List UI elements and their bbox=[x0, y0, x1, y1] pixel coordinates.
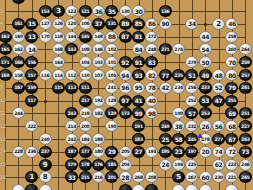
stone-177: 177 bbox=[79, 146, 92, 158]
stone-183: 183 bbox=[132, 133, 145, 145]
stone-244: 244 bbox=[12, 107, 25, 119]
stone-204: 204 bbox=[119, 159, 132, 171]
star-point bbox=[44, 100, 47, 103]
row-coordinate-label: 14 bbox=[0, 149, 5, 154]
row-coordinate-label: 11 bbox=[0, 111, 5, 116]
stone-208: 208 bbox=[145, 171, 158, 183]
stone-1: 1 bbox=[25, 171, 38, 183]
stone-74: 74 bbox=[212, 146, 225, 158]
stone-246: 246 bbox=[239, 159, 252, 171]
stone-146: 146 bbox=[92, 43, 105, 55]
stone-171: 171 bbox=[0, 56, 12, 68]
stone-114: 114 bbox=[52, 69, 65, 81]
stone-42: 42 bbox=[159, 82, 172, 94]
stone-33: 33 bbox=[65, 171, 78, 183]
stone-88: 88 bbox=[105, 31, 118, 43]
stone-60: 60 bbox=[199, 171, 212, 183]
stone-27: 27 bbox=[132, 146, 145, 158]
stone-84: 84 bbox=[132, 43, 145, 55]
stone-179: 179 bbox=[65, 159, 78, 171]
stone-52: 52 bbox=[212, 82, 225, 94]
stone-29: 29 bbox=[105, 146, 118, 158]
stone-252: 252 bbox=[185, 95, 198, 107]
stone-85: 85 bbox=[132, 18, 145, 30]
stone-3: 3 bbox=[52, 5, 65, 17]
stone-36: 36 bbox=[92, 5, 105, 17]
stone-178: 178 bbox=[79, 159, 92, 171]
stone-118: 118 bbox=[52, 31, 65, 43]
stone-107: 107 bbox=[92, 69, 105, 81]
stone-163: 163 bbox=[0, 31, 12, 43]
stone-128: 128 bbox=[105, 95, 118, 107]
stone-241: 241 bbox=[105, 82, 118, 94]
row-coordinate-label: 9 bbox=[0, 85, 5, 90]
stone-82: 82 bbox=[145, 69, 158, 81]
stone-243: 243 bbox=[65, 107, 78, 119]
stone-72: 72 bbox=[225, 146, 238, 158]
stone-38: 38 bbox=[172, 120, 185, 132]
stone-62: 62 bbox=[212, 159, 225, 171]
stone-20: 20 bbox=[199, 146, 212, 158]
stone-78: 78 bbox=[145, 82, 158, 94]
stone-228: 228 bbox=[12, 146, 25, 158]
stone-195: 195 bbox=[159, 146, 172, 158]
partial-stone bbox=[12, 0, 25, 4]
stone-70: 70 bbox=[225, 56, 238, 68]
stone-99: 99 bbox=[132, 107, 145, 119]
stone-81: 81 bbox=[132, 31, 145, 43]
stone-261: 261 bbox=[239, 82, 252, 94]
stone-249: 249 bbox=[159, 120, 172, 132]
stone-187: 187 bbox=[65, 146, 78, 158]
stone-188: 188 bbox=[92, 133, 105, 145]
stone-58: 58 bbox=[172, 133, 185, 145]
stone-69: 69 bbox=[225, 107, 238, 119]
go-board[interactable]: 3491011121314151615331221213635130301361… bbox=[0, 0, 253, 190]
stone-173: 173 bbox=[119, 107, 132, 119]
stone-194: 194 bbox=[172, 159, 185, 171]
stone-40: 40 bbox=[145, 95, 158, 107]
stone-111: 111 bbox=[79, 82, 92, 94]
stone-160: 160 bbox=[12, 31, 25, 43]
stone-157: 157 bbox=[25, 69, 38, 81]
stone-105: 105 bbox=[105, 69, 118, 81]
stone-234: 234 bbox=[172, 82, 185, 94]
partial-stone bbox=[25, 184, 38, 190]
stone-113: 113 bbox=[65, 82, 78, 94]
stone-130: 130 bbox=[119, 5, 132, 17]
stone-9: 9 bbox=[39, 159, 52, 171]
stone-258: 258 bbox=[225, 31, 238, 43]
stone-225: 225 bbox=[185, 159, 198, 171]
stone-221: 221 bbox=[225, 171, 238, 183]
stone-237: 237 bbox=[39, 146, 52, 158]
stone-110: 110 bbox=[79, 69, 92, 81]
stone-47: 47 bbox=[212, 95, 225, 107]
stone-168: 168 bbox=[52, 43, 65, 55]
stone-257: 257 bbox=[239, 69, 252, 81]
stone-159: 159 bbox=[25, 82, 38, 94]
stone-96: 96 bbox=[119, 82, 132, 94]
stone-5: 5 bbox=[172, 171, 185, 183]
stone-156: 156 bbox=[25, 56, 38, 68]
stone-190: 190 bbox=[105, 120, 118, 132]
go-kifu-screenshot: { "game": "go", "title": "Go game record… bbox=[0, 0, 253, 190]
stone-201: 201 bbox=[105, 171, 118, 183]
stone-116: 116 bbox=[39, 69, 52, 81]
stone-240: 240 bbox=[39, 133, 52, 145]
stone-101: 101 bbox=[105, 56, 118, 68]
stone-120: 120 bbox=[65, 18, 78, 30]
stone-28: 28 bbox=[119, 171, 132, 183]
stone-83: 83 bbox=[145, 56, 158, 68]
stone-256: 256 bbox=[185, 82, 198, 94]
stone-56: 56 bbox=[212, 120, 225, 132]
stone-92: 92 bbox=[119, 56, 132, 68]
stone-127: 127 bbox=[39, 18, 52, 30]
stone-15: 15 bbox=[25, 18, 38, 30]
stone-259: 259 bbox=[239, 56, 252, 68]
stone-165: 165 bbox=[0, 43, 12, 55]
stone-223: 223 bbox=[225, 159, 238, 171]
partial-stone bbox=[199, 184, 212, 190]
row-coordinate-label: 4 bbox=[0, 21, 5, 26]
stone-77: 77 bbox=[159, 69, 172, 81]
stone-51: 51 bbox=[185, 69, 198, 81]
stone-216: 216 bbox=[92, 171, 105, 183]
stone-176: 176 bbox=[92, 159, 105, 171]
stone-235: 235 bbox=[172, 69, 185, 81]
stone-97: 97 bbox=[119, 95, 132, 107]
stone-67: 67 bbox=[225, 133, 238, 145]
stone-100: 100 bbox=[172, 107, 185, 119]
stone-214: 214 bbox=[65, 120, 78, 132]
stone-217: 217 bbox=[79, 95, 92, 107]
partial-stone bbox=[132, 184, 145, 190]
stone-182: 182 bbox=[92, 107, 105, 119]
stone-122: 122 bbox=[65, 5, 78, 17]
stone-98: 98 bbox=[145, 107, 158, 119]
stone-126: 126 bbox=[52, 18, 65, 30]
stone-49: 49 bbox=[199, 69, 212, 81]
row-coordinate-label: 12 bbox=[0, 124, 5, 129]
stone-30: 30 bbox=[132, 5, 145, 17]
stone-2: 2 bbox=[212, 18, 225, 30]
stone-264: 264 bbox=[239, 43, 252, 55]
stone-158: 158 bbox=[12, 69, 25, 81]
stone-68: 68 bbox=[225, 120, 238, 132]
stone-34: 34 bbox=[185, 18, 198, 30]
stone-236: 236 bbox=[25, 146, 38, 158]
partial-stone bbox=[225, 184, 238, 190]
stone-37: 37 bbox=[92, 18, 105, 30]
stone-267: 267 bbox=[185, 171, 198, 183]
stone-232: 232 bbox=[185, 120, 198, 132]
stone-53: 53 bbox=[199, 95, 212, 107]
stone-180: 180 bbox=[92, 146, 105, 158]
stone-279: 279 bbox=[185, 56, 198, 68]
stone-277: 277 bbox=[212, 133, 225, 145]
stone-48: 48 bbox=[212, 69, 225, 81]
stone-54: 54 bbox=[199, 43, 212, 55]
partial-stone bbox=[145, 184, 158, 190]
stone-106: 106 bbox=[79, 18, 92, 30]
partial-stone bbox=[12, 184, 25, 190]
stone-57: 57 bbox=[185, 107, 198, 119]
stone-117: 117 bbox=[25, 95, 38, 107]
stone-227: 227 bbox=[239, 120, 252, 132]
stone-121: 121 bbox=[79, 5, 92, 17]
stone-248: 248 bbox=[145, 43, 158, 55]
stone-80: 80 bbox=[225, 69, 238, 81]
stone-255: 255 bbox=[225, 95, 238, 107]
stone-184: 184 bbox=[79, 133, 92, 145]
partial-stone bbox=[185, 184, 198, 190]
stone-218: 218 bbox=[79, 107, 92, 119]
stone-129: 129 bbox=[105, 107, 118, 119]
stone-35: 35 bbox=[105, 5, 118, 17]
row-coordinate-label: 3 bbox=[0, 9, 5, 14]
stone-94: 94 bbox=[119, 69, 132, 81]
stone-161: 161 bbox=[12, 18, 25, 30]
stone-25: 25 bbox=[159, 133, 172, 145]
stone-90: 90 bbox=[159, 18, 172, 30]
stone-73: 73 bbox=[239, 146, 252, 158]
stone-13: 13 bbox=[25, 31, 38, 43]
stone-272: 272 bbox=[145, 31, 158, 43]
stone-102: 102 bbox=[105, 43, 118, 55]
stone-197: 197 bbox=[185, 146, 198, 158]
stone-95: 95 bbox=[132, 82, 145, 94]
stone-263: 263 bbox=[239, 133, 252, 145]
stone-41: 41 bbox=[132, 95, 145, 107]
stone-265: 265 bbox=[239, 171, 252, 183]
stone-268: 268 bbox=[132, 171, 145, 183]
partial-stone bbox=[119, 184, 132, 190]
stone-79: 79 bbox=[225, 82, 238, 94]
stone-242: 242 bbox=[65, 133, 78, 145]
stone-251: 251 bbox=[239, 107, 252, 119]
stone-233: 233 bbox=[199, 82, 212, 94]
stone-104: 104 bbox=[79, 56, 92, 68]
stone-108: 108 bbox=[79, 43, 92, 55]
stone-200: 200 bbox=[79, 120, 92, 132]
stone-215: 215 bbox=[79, 171, 92, 183]
stone-93: 93 bbox=[132, 69, 145, 81]
stone-222: 222 bbox=[25, 120, 38, 132]
partial-stone bbox=[39, 184, 52, 190]
stone-153: 153 bbox=[39, 5, 52, 17]
stone-274: 274 bbox=[172, 43, 185, 55]
stone-86: 86 bbox=[145, 18, 158, 30]
stone-91: 91 bbox=[132, 56, 145, 68]
stone-164: 164 bbox=[52, 56, 65, 68]
partial-stone bbox=[172, 184, 185, 190]
stone-8: 8 bbox=[39, 171, 52, 183]
row-coordinate-label: 16 bbox=[0, 175, 5, 180]
stone-230: 230 bbox=[212, 171, 225, 183]
stone-145: 145 bbox=[79, 31, 92, 43]
stone-46: 46 bbox=[225, 18, 238, 30]
stone-136: 136 bbox=[159, 5, 172, 17]
stone-167: 167 bbox=[12, 82, 25, 94]
stone-112: 112 bbox=[65, 69, 78, 81]
stone-131: 131 bbox=[105, 18, 118, 30]
stone-87: 87 bbox=[119, 31, 132, 43]
star-point bbox=[204, 23, 207, 26]
move-marker-triangle-icon bbox=[197, 133, 203, 138]
stone-44: 44 bbox=[199, 31, 212, 43]
stone-162: 162 bbox=[12, 43, 25, 55]
stone-271: 271 bbox=[159, 43, 172, 55]
stone-148: 148 bbox=[92, 31, 105, 43]
stone-192: 192 bbox=[92, 95, 105, 107]
stone-193: 193 bbox=[145, 146, 158, 158]
stone-191: 191 bbox=[132, 120, 145, 132]
stone-260: 260 bbox=[225, 43, 238, 55]
stone-14: 14 bbox=[25, 43, 38, 55]
stone-185: 185 bbox=[105, 159, 118, 171]
row-coordinate-label: 13 bbox=[0, 137, 5, 142]
stone-89: 89 bbox=[119, 18, 132, 30]
stone-166: 166 bbox=[12, 56, 25, 68]
stone-103: 103 bbox=[92, 56, 105, 68]
stone-115: 115 bbox=[52, 82, 65, 94]
stone-26: 26 bbox=[199, 120, 212, 132]
stone-144: 144 bbox=[65, 31, 78, 43]
stone-50: 50 bbox=[199, 56, 212, 68]
stone-143: 143 bbox=[65, 43, 78, 55]
row-coordinate-label: 15 bbox=[0, 162, 5, 167]
stone-169: 169 bbox=[0, 69, 12, 81]
stone-170: 170 bbox=[39, 31, 52, 43]
stone-205: 205 bbox=[119, 146, 132, 158]
stone-23: 23 bbox=[172, 146, 185, 158]
stone-24: 24 bbox=[159, 159, 172, 171]
row-coordinate-label: 10 bbox=[0, 98, 5, 103]
stone-253: 253 bbox=[199, 107, 212, 119]
